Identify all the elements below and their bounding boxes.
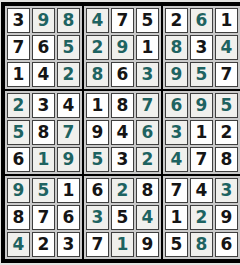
cell-r7c2[interactable]: 5 (32, 178, 55, 203)
sudoku-box-3: 261834957 (162, 5, 240, 90)
sudoku-box-6: 695312478 (162, 90, 240, 175)
cell-r1c6[interactable]: 5 (136, 8, 159, 33)
cell-r4c3[interactable]: 4 (57, 93, 80, 118)
cell-r8c7[interactable]: 1 (165, 205, 188, 230)
cell-r6c2[interactable]: 1 (32, 147, 55, 172)
cell-r5c4[interactable]: 9 (86, 120, 109, 145)
cell-r8c5[interactable]: 5 (111, 205, 134, 230)
cell-r4c5[interactable]: 8 (111, 93, 134, 118)
cell-r4c4[interactable]: 1 (86, 93, 109, 118)
cell-r2c6[interactable]: 1 (136, 35, 159, 60)
cell-r2c2[interactable]: 6 (32, 35, 55, 60)
cell-r3c1[interactable]: 1 (7, 62, 30, 87)
cell-r4c6[interactable]: 7 (136, 93, 159, 118)
cell-r2c7[interactable]: 8 (165, 35, 188, 60)
cell-r3c2[interactable]: 4 (32, 62, 55, 87)
cell-r6c9[interactable]: 8 (215, 147, 238, 172)
cell-r3c9[interactable]: 7 (215, 62, 238, 87)
cell-r4c2[interactable]: 3 (32, 93, 55, 118)
cell-r5c8[interactable]: 1 (190, 120, 213, 145)
cell-r1c1[interactable]: 3 (7, 8, 30, 33)
cell-r3c6[interactable]: 3 (136, 62, 159, 87)
cell-r5c2[interactable]: 8 (32, 120, 55, 145)
cell-r3c4[interactable]: 8 (86, 62, 109, 87)
sudoku-page: 3987651424752918632618349572345876191879… (0, 0, 240, 265)
cell-r2c4[interactable]: 2 (86, 35, 109, 60)
cell-r1c4[interactable]: 4 (86, 8, 109, 33)
cell-r1c9[interactable]: 1 (215, 8, 238, 33)
cell-r3c7[interactable]: 9 (165, 62, 188, 87)
cell-r4c8[interactable]: 9 (190, 93, 213, 118)
cell-r3c5[interactable]: 6 (111, 62, 134, 87)
cell-r1c8[interactable]: 6 (190, 8, 213, 33)
cell-r9c3[interactable]: 3 (57, 232, 80, 257)
cell-r9c8[interactable]: 8 (190, 232, 213, 257)
cell-r9c5[interactable]: 1 (111, 232, 134, 257)
cell-r7c3[interactable]: 1 (57, 178, 80, 203)
cell-r7c4[interactable]: 6 (86, 178, 109, 203)
cell-r8c2[interactable]: 7 (32, 205, 55, 230)
cell-r9c1[interactable]: 4 (7, 232, 30, 257)
cell-r6c5[interactable]: 3 (111, 147, 134, 172)
cell-r8c4[interactable]: 3 (86, 205, 109, 230)
cell-r8c1[interactable]: 8 (7, 205, 30, 230)
cell-r7c7[interactable]: 7 (165, 178, 188, 203)
cell-r6c7[interactable]: 4 (165, 147, 188, 172)
sudoku-box-1: 398765142 (4, 5, 83, 90)
cell-r7c9[interactable]: 3 (215, 178, 238, 203)
cell-r8c6[interactable]: 4 (136, 205, 159, 230)
cell-r8c8[interactable]: 2 (190, 205, 213, 230)
cell-r7c1[interactable]: 9 (7, 178, 30, 203)
sudoku-box-2: 475291863 (83, 5, 162, 90)
cell-r9c9[interactable]: 6 (215, 232, 238, 257)
sudoku-box-7: 951876423 (4, 175, 83, 260)
cell-r5c6[interactable]: 6 (136, 120, 159, 145)
cell-r7c8[interactable]: 4 (190, 178, 213, 203)
sudoku-box-4: 234587619 (4, 90, 83, 175)
cell-r2c1[interactable]: 7 (7, 35, 30, 60)
cell-r4c9[interactable]: 5 (215, 93, 238, 118)
cell-r4c7[interactable]: 6 (165, 93, 188, 118)
cell-r6c8[interactable]: 7 (190, 147, 213, 172)
cell-r9c2[interactable]: 2 (32, 232, 55, 257)
cell-r2c9[interactable]: 4 (215, 35, 238, 60)
cell-r6c1[interactable]: 6 (7, 147, 30, 172)
cell-r8c9[interactable]: 9 (215, 205, 238, 230)
sudoku-box-8: 628354719 (83, 175, 162, 260)
cell-r5c1[interactable]: 5 (7, 120, 30, 145)
cell-r7c6[interactable]: 8 (136, 178, 159, 203)
cell-r9c4[interactable]: 7 (86, 232, 109, 257)
cell-r4c1[interactable]: 2 (7, 93, 30, 118)
cell-r3c8[interactable]: 5 (190, 62, 213, 87)
cell-r2c3[interactable]: 5 (57, 35, 80, 60)
cell-r8c3[interactable]: 6 (57, 205, 80, 230)
cell-r5c3[interactable]: 7 (57, 120, 80, 145)
cell-r7c5[interactable]: 2 (111, 178, 134, 203)
cell-r1c3[interactable]: 8 (57, 8, 80, 33)
sudoku-box-5: 187946532 (83, 90, 162, 175)
cell-r1c2[interactable]: 9 (32, 8, 55, 33)
sudoku-board: 3987651424752918632618349572345876191879… (1, 2, 240, 263)
cell-r1c5[interactable]: 7 (111, 8, 134, 33)
cell-r9c7[interactable]: 5 (165, 232, 188, 257)
cell-r6c6[interactable]: 2 (136, 147, 159, 172)
cell-r6c4[interactable]: 5 (86, 147, 109, 172)
cell-r1c7[interactable]: 2 (165, 8, 188, 33)
cell-r6c3[interactable]: 9 (57, 147, 80, 172)
cell-r2c8[interactable]: 3 (190, 35, 213, 60)
cell-r5c7[interactable]: 3 (165, 120, 188, 145)
sudoku-box-9: 743129586 (162, 175, 240, 260)
cell-r3c3[interactable]: 2 (57, 62, 80, 87)
cell-r5c9[interactable]: 2 (215, 120, 238, 145)
cell-r5c5[interactable]: 4 (111, 120, 134, 145)
cell-r2c5[interactable]: 9 (111, 35, 134, 60)
cell-r9c6[interactable]: 9 (136, 232, 159, 257)
